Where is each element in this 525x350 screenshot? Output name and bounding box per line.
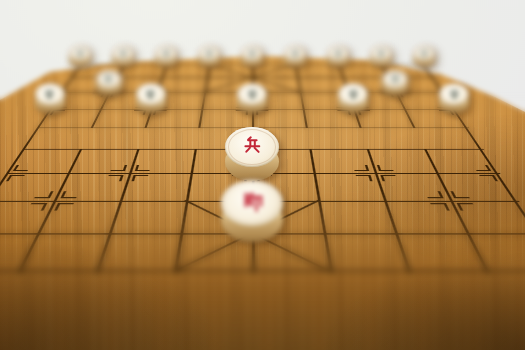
piece-face bbox=[136, 83, 166, 105]
piece-character-glyph bbox=[235, 190, 270, 216]
piece-black-advisor-right[interactable] bbox=[284, 45, 306, 67]
piece-black-advisor-left[interactable] bbox=[198, 45, 220, 67]
piece-character-glyph bbox=[446, 88, 463, 100]
piece-character-glyph bbox=[244, 88, 261, 100]
piece-character-glyph bbox=[332, 49, 344, 58]
piece-character-glyph bbox=[74, 49, 86, 58]
piece-black-horse-right[interactable] bbox=[370, 45, 392, 67]
piece-character-glyph bbox=[101, 74, 116, 85]
piece-black-general[interactable] bbox=[241, 45, 263, 67]
piece-face bbox=[338, 83, 368, 105]
piece-black-soldier-7[interactable] bbox=[338, 83, 368, 113]
piece-red-soldier[interactable] bbox=[225, 127, 279, 181]
piece-black-chariot-left[interactable] bbox=[69, 45, 91, 67]
piece-black-soldier-1[interactable] bbox=[35, 83, 65, 113]
piece-black-soldier-3[interactable] bbox=[136, 83, 166, 113]
piece-face bbox=[221, 180, 283, 226]
piece-black-horse-left[interactable] bbox=[112, 45, 134, 67]
piece-face bbox=[439, 83, 469, 105]
piece-black-elephant-right[interactable] bbox=[327, 45, 349, 67]
piece-black-chariot-right[interactable] bbox=[413, 45, 435, 67]
piece-character-glyph bbox=[418, 49, 430, 58]
piece-black-elephant-left[interactable] bbox=[155, 45, 177, 67]
piece-character-glyph bbox=[117, 49, 129, 58]
piece-character-glyph bbox=[203, 49, 215, 58]
piece-layer bbox=[0, 0, 525, 350]
piece-face bbox=[35, 83, 65, 105]
piece-face bbox=[225, 127, 279, 167]
piece-character-glyph bbox=[160, 49, 172, 58]
piece-black-cannon-left[interactable] bbox=[96, 70, 122, 96]
piece-character-glyph bbox=[41, 88, 58, 100]
piece-black-soldier-5[interactable] bbox=[237, 83, 267, 113]
piece-face bbox=[237, 83, 267, 105]
piece-character-glyph bbox=[289, 49, 301, 58]
piece-red-general[interactable] bbox=[221, 180, 283, 242]
piece-character-glyph bbox=[237, 135, 267, 157]
piece-character-glyph bbox=[375, 49, 387, 58]
xiangqi-photo bbox=[0, 0, 525, 350]
piece-character-glyph bbox=[246, 49, 258, 58]
piece-black-soldier-9[interactable] bbox=[439, 83, 469, 113]
piece-black-cannon-right[interactable] bbox=[382, 70, 408, 96]
piece-character-glyph bbox=[142, 88, 159, 100]
piece-character-glyph bbox=[345, 88, 362, 100]
piece-character-glyph bbox=[388, 74, 403, 85]
